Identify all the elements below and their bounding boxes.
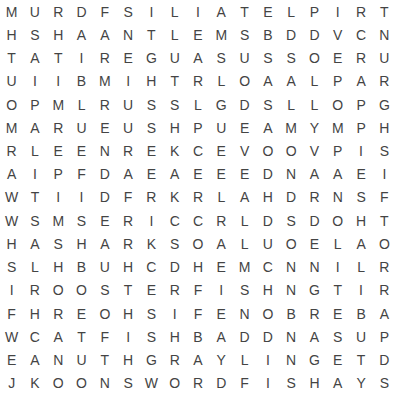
cell-r14c2[interactable]: H [23,302,46,325]
cell-r13c13[interactable]: N [280,279,303,302]
cell-r1c15[interactable]: I [326,0,349,23]
cell-r8c10[interactable]: E [210,163,233,186]
cell-r17c17[interactable]: S [373,372,396,395]
cell-r3c15[interactable]: E [326,46,349,69]
cell-r11c8[interactable]: S [163,232,186,255]
cell-r15c9[interactable]: B [186,325,209,348]
cell-r15c12[interactable]: D [256,325,279,348]
cell-r14c1[interactable]: F [0,302,23,325]
cell-r15c16[interactable]: U [349,325,372,348]
cell-r13c16[interactable]: I [349,279,372,302]
cell-r12c15[interactable]: I [326,256,349,279]
cell-r11c16[interactable]: A [349,232,372,255]
cell-r11c13[interactable]: O [280,232,303,255]
cell-r12c2[interactable]: L [23,256,46,279]
cell-r17c10[interactable]: D [210,372,233,395]
cell-r11c17[interactable]: O [373,232,396,255]
cell-r8c7[interactable]: E [140,163,163,186]
cell-r9c1[interactable]: W [0,186,23,209]
cell-r16c10[interactable]: Y [210,349,233,372]
cell-r2c4[interactable]: A [70,23,93,46]
cell-r12c9[interactable]: H [186,256,209,279]
cell-r4c2[interactable]: I [23,70,46,93]
cell-r13c11[interactable]: S [233,279,256,302]
cell-r8c4[interactable]: F [70,163,93,186]
cell-r8c15[interactable]: A [326,163,349,186]
cell-r3c17[interactable]: U [373,46,396,69]
cell-r17c6[interactable]: S [116,372,139,395]
cell-r10c1[interactable]: W [0,209,23,232]
cell-r11c14[interactable]: E [303,232,326,255]
cell-r7c3[interactable]: E [47,139,70,162]
cell-r4c12[interactable]: A [256,70,279,93]
cell-r9c6[interactable]: F [116,186,139,209]
cell-r7c7[interactable]: E [140,139,163,162]
cell-r16c13[interactable]: N [280,349,303,372]
cell-r3c4[interactable]: I [70,46,93,69]
word-search-board: MURDFSILIATELPIRTHSHAANTLEMSBDDVCNTATIRE… [0,0,396,395]
cell-r6c1[interactable]: M [0,116,23,139]
cell-r10c14[interactable]: D [303,209,326,232]
cell-r11c4[interactable]: H [70,232,93,255]
cell-r1c8[interactable]: L [163,0,186,23]
cell-r17c14[interactable]: H [303,372,326,395]
cell-r4c11[interactable]: O [233,70,256,93]
cell-r3c6[interactable]: E [116,46,139,69]
cell-r6c11[interactable]: E [233,116,256,139]
cell-r17c15[interactable]: A [326,372,349,395]
cell-r5c4[interactable]: L [70,93,93,116]
cell-r8c16[interactable]: E [349,163,372,186]
cell-r6c5[interactable]: E [93,116,116,139]
cell-r6c15[interactable]: M [326,116,349,139]
cell-r14c9[interactable]: F [186,302,209,325]
cell-r15c17[interactable]: P [373,325,396,348]
cell-r17c9[interactable]: R [186,372,209,395]
cell-r3c2[interactable]: A [23,46,46,69]
cell-r8c1[interactable]: A [0,163,23,186]
cell-r15c2[interactable]: C [23,325,46,348]
cell-r17c3[interactable]: O [47,372,70,395]
cell-r4c7[interactable]: H [140,70,163,93]
cell-r16c17[interactable]: D [373,349,396,372]
cell-r13c14[interactable]: G [303,279,326,302]
cell-r14c17[interactable]: A [373,302,396,325]
cell-r6c9[interactable]: P [186,116,209,139]
cell-r15c14[interactable]: A [303,325,326,348]
cell-r2c16[interactable]: C [349,23,372,46]
cell-r5c10[interactable]: G [210,93,233,116]
cell-r15c8[interactable]: H [163,325,186,348]
cell-r2c15[interactable]: V [326,23,349,46]
cell-r4c15[interactable]: P [326,70,349,93]
cell-r5c2[interactable]: P [23,93,46,116]
cell-r1c6[interactable]: S [116,0,139,23]
cell-r5c11[interactable]: D [233,93,256,116]
cell-r1c13[interactable]: L [280,0,303,23]
cell-r9c9[interactable]: R [186,186,209,209]
cell-r14c12[interactable]: O [256,302,279,325]
cell-r5c17[interactable]: G [373,93,396,116]
cell-r10c2[interactable]: S [23,209,46,232]
cell-r5c6[interactable]: U [116,93,139,116]
cell-r2c7[interactable]: T [140,23,163,46]
cell-r15c1[interactable]: W [0,325,23,348]
cell-r3c12[interactable]: S [256,46,279,69]
cell-r2c13[interactable]: D [280,23,303,46]
cell-r1c4[interactable]: D [70,0,93,23]
cell-r15c4[interactable]: T [70,325,93,348]
cell-r17c7[interactable]: W [140,372,163,395]
cell-r14c6[interactable]: H [116,302,139,325]
cell-r10c15[interactable]: O [326,209,349,232]
cell-r15c13[interactable]: N [280,325,303,348]
cell-r5c14[interactable]: L [303,93,326,116]
cell-r10c10[interactable]: R [210,209,233,232]
cell-r3c5[interactable]: R [93,46,116,69]
cell-r4c13[interactable]: A [280,70,303,93]
cell-r7c2[interactable]: L [23,139,46,162]
cell-r9c12[interactable]: H [256,186,279,209]
cell-r16c9[interactable]: A [186,349,209,372]
cell-r8c11[interactable]: E [233,163,256,186]
cell-r4c1[interactable]: U [0,70,23,93]
cell-r2c17[interactable]: N [373,23,396,46]
cell-r16c2[interactable]: A [23,349,46,372]
cell-r9c13[interactable]: D [280,186,303,209]
cell-r6c7[interactable]: S [140,116,163,139]
cell-r8c6[interactable]: A [116,163,139,186]
cell-r17c5[interactable]: N [93,372,116,395]
cell-r13c5[interactable]: S [93,279,116,302]
cell-r14c16[interactable]: B [349,302,372,325]
cell-r9c8[interactable]: K [163,186,186,209]
cell-r13c1[interactable]: I [0,279,23,302]
cell-r9c5[interactable]: D [93,186,116,209]
cell-r12c10[interactable]: E [210,256,233,279]
cell-r7c13[interactable]: O [280,139,303,162]
cell-r9c17[interactable]: F [373,186,396,209]
cell-r1c10[interactable]: A [210,0,233,23]
cell-r16c8[interactable]: R [163,349,186,372]
cell-r4c8[interactable]: T [163,70,186,93]
cell-r6c3[interactable]: R [47,116,70,139]
cell-r8c17[interactable]: I [373,163,396,186]
cell-r4c10[interactable]: L [210,70,233,93]
cell-r10c8[interactable]: C [163,209,186,232]
cell-r17c2[interactable]: K [23,372,46,395]
cell-r5c13[interactable]: L [280,93,303,116]
cell-r12c14[interactable]: N [303,256,326,279]
cell-r7c9[interactable]: C [186,139,209,162]
cell-r11c1[interactable]: H [0,232,23,255]
cell-r15c15[interactable]: S [326,325,349,348]
cell-r3c1[interactable]: T [0,46,23,69]
cell-r3c3[interactable]: T [47,46,70,69]
cell-r11c15[interactable]: L [326,232,349,255]
cell-r4c9[interactable]: R [186,70,209,93]
cell-r6c16[interactable]: P [349,116,372,139]
cell-r6c8[interactable]: H [163,116,186,139]
cell-r6c14[interactable]: Y [303,116,326,139]
cell-r16c1[interactable]: E [0,349,23,372]
cell-r12c17[interactable]: R [373,256,396,279]
cell-r12c8[interactable]: D [163,256,186,279]
cell-r8c13[interactable]: N [280,163,303,186]
cell-r2c6[interactable]: N [116,23,139,46]
cell-r10c12[interactable]: D [256,209,279,232]
cell-r9c3[interactable]: I [47,186,70,209]
cell-r12c12[interactable]: C [256,256,279,279]
cell-r13c8[interactable]: R [163,279,186,302]
cell-r11c12[interactable]: U [256,232,279,255]
cell-r3c13[interactable]: S [280,46,303,69]
cell-r1c16[interactable]: R [349,0,372,23]
cell-r8c14[interactable]: A [303,163,326,186]
cell-r9c14[interactable]: R [303,186,326,209]
cell-r2c8[interactable]: L [163,23,186,46]
cell-r3c14[interactable]: O [303,46,326,69]
cell-r16c12[interactable]: I [256,349,279,372]
cell-r4c17[interactable]: R [373,70,396,93]
cell-r12c3[interactable]: H [47,256,70,279]
cell-r16c15[interactable]: E [326,349,349,372]
cell-r2c14[interactable]: D [303,23,326,46]
cell-r7c5[interactable]: N [93,139,116,162]
cell-r6c17[interactable]: H [373,116,396,139]
cell-r17c12[interactable]: I [256,372,279,395]
cell-r7c12[interactable]: O [256,139,279,162]
cell-r14c3[interactable]: R [47,302,70,325]
cell-r10c13[interactable]: S [280,209,303,232]
cell-r17c8[interactable]: O [163,372,186,395]
cell-r8c8[interactable]: A [163,163,186,186]
cell-r11c5[interactable]: A [93,232,116,255]
cell-r10c6[interactable]: R [116,209,139,232]
cell-r3c8[interactable]: U [163,46,186,69]
cell-r16c5[interactable]: T [93,349,116,372]
cell-r7c4[interactable]: E [70,139,93,162]
cell-r12c7[interactable]: C [140,256,163,279]
cell-r11c7[interactable]: K [140,232,163,255]
cell-r9c4[interactable]: I [70,186,93,209]
cell-r17c1[interactable]: J [0,372,23,395]
cell-r4c16[interactable]: A [349,70,372,93]
cell-r14c15[interactable]: E [326,302,349,325]
cell-r9c2[interactable]: T [23,186,46,209]
cell-r16c6[interactable]: H [116,349,139,372]
cell-r8c2[interactable]: I [23,163,46,186]
cell-r6c6[interactable]: U [116,116,139,139]
cell-r10c9[interactable]: C [186,209,209,232]
cell-r8c5[interactable]: D [93,163,116,186]
cell-r7c16[interactable]: I [349,139,372,162]
cell-r7c17[interactable]: S [373,139,396,162]
cell-r1c7[interactable]: I [140,0,163,23]
cell-r17c13[interactable]: S [280,372,303,395]
cell-r2c2[interactable]: S [23,23,46,46]
cell-r3c10[interactable]: S [210,46,233,69]
cell-r11c9[interactable]: O [186,232,209,255]
cell-r6c12[interactable]: A [256,116,279,139]
cell-r8c9[interactable]: E [186,163,209,186]
cell-r14c10[interactable]: E [210,302,233,325]
cell-r7c8[interactable]: K [163,139,186,162]
cell-r4c5[interactable]: M [93,70,116,93]
cell-r1c12[interactable]: E [256,0,279,23]
cell-r3c7[interactable]: G [140,46,163,69]
cell-r14c8[interactable]: I [163,302,186,325]
cell-r6c10[interactable]: U [210,116,233,139]
cell-r15c10[interactable]: A [210,325,233,348]
cell-r1c14[interactable]: P [303,0,326,23]
cell-r3c16[interactable]: R [349,46,372,69]
cell-r3c9[interactable]: A [186,46,209,69]
cell-r1c5[interactable]: F [93,0,116,23]
cell-r12c6[interactable]: H [116,256,139,279]
cell-r15c11[interactable]: D [233,325,256,348]
cell-r13c12[interactable]: H [256,279,279,302]
cell-r15c5[interactable]: F [93,325,116,348]
cell-r1c17[interactable]: T [373,0,396,23]
cell-r8c3[interactable]: P [47,163,70,186]
cell-r14c14[interactable]: R [303,302,326,325]
cell-r2c9[interactable]: E [186,23,209,46]
cell-r10c5[interactable]: E [93,209,116,232]
cell-r9c15[interactable]: N [326,186,349,209]
cell-r11c11[interactable]: L [233,232,256,255]
cell-r15c7[interactable]: S [140,325,163,348]
cell-r9c10[interactable]: L [210,186,233,209]
cell-r13c6[interactable]: T [116,279,139,302]
cell-r7c14[interactable]: V [303,139,326,162]
cell-r8c12[interactable]: D [256,163,279,186]
cell-r7c10[interactable]: E [210,139,233,162]
cell-r11c3[interactable]: S [47,232,70,255]
cell-r16c16[interactable]: T [349,349,372,372]
cell-r17c16[interactable]: Y [349,372,372,395]
cell-r5c8[interactable]: S [163,93,186,116]
cell-r10c11[interactable]: L [233,209,256,232]
cell-r7c6[interactable]: R [116,139,139,162]
cell-r14c4[interactable]: E [70,302,93,325]
cell-r4c3[interactable]: I [47,70,70,93]
cell-r14c7[interactable]: S [140,302,163,325]
cell-r14c11[interactable]: N [233,302,256,325]
cell-r16c11[interactable]: L [233,349,256,372]
cell-r1c9[interactable]: I [186,0,209,23]
cell-r1c3[interactable]: R [47,0,70,23]
cell-r13c2[interactable]: R [23,279,46,302]
cell-r11c10[interactable]: A [210,232,233,255]
cell-r6c13[interactable]: M [280,116,303,139]
cell-r6c2[interactable]: A [23,116,46,139]
cell-r10c4[interactable]: S [70,209,93,232]
cell-r7c15[interactable]: P [326,139,349,162]
cell-r2c12[interactable]: B [256,23,279,46]
cell-r13c7[interactable]: E [140,279,163,302]
cell-r5c12[interactable]: S [256,93,279,116]
cell-r3c11[interactable]: U [233,46,256,69]
cell-r6c4[interactable]: U [70,116,93,139]
cell-r4c6[interactable]: I [116,70,139,93]
cell-r5c15[interactable]: O [326,93,349,116]
cell-r10c7[interactable]: I [140,209,163,232]
cell-r5c9[interactable]: L [186,93,209,116]
cell-r9c7[interactable]: R [140,186,163,209]
cell-r14c5[interactable]: O [93,302,116,325]
cell-r9c11[interactable]: A [233,186,256,209]
cell-r13c15[interactable]: T [326,279,349,302]
cell-r13c10[interactable]: I [210,279,233,302]
cell-r1c1[interactable]: M [0,0,23,23]
cell-r5c5[interactable]: R [93,93,116,116]
cell-r2c10[interactable]: M [210,23,233,46]
cell-r11c2[interactable]: A [23,232,46,255]
cell-r12c5[interactable]: U [93,256,116,279]
cell-r10c17[interactable]: T [373,209,396,232]
cell-r13c17[interactable]: R [373,279,396,302]
cell-r7c11[interactable]: V [233,139,256,162]
cell-r2c3[interactable]: H [47,23,70,46]
cell-r14c13[interactable]: B [280,302,303,325]
cell-r11c6[interactable]: R [116,232,139,255]
cell-r12c4[interactable]: B [70,256,93,279]
cell-r15c3[interactable]: A [47,325,70,348]
cell-r12c13[interactable]: N [280,256,303,279]
cell-r16c4[interactable]: U [70,349,93,372]
cell-r2c1[interactable]: H [0,23,23,46]
cell-r17c11[interactable]: F [233,372,256,395]
cell-r13c9[interactable]: F [186,279,209,302]
cell-r5c3[interactable]: M [47,93,70,116]
cell-r4c14[interactable]: L [303,70,326,93]
cell-r2c5[interactable]: A [93,23,116,46]
cell-r1c2[interactable]: U [23,0,46,23]
cell-r17c4[interactable]: O [70,372,93,395]
cell-r16c3[interactable]: N [47,349,70,372]
cell-r5c7[interactable]: S [140,93,163,116]
cell-r9c16[interactable]: S [349,186,372,209]
cell-r10c16[interactable]: H [349,209,372,232]
cell-r5c16[interactable]: P [349,93,372,116]
cell-r5c1[interactable]: O [0,93,23,116]
cell-r13c4[interactable]: O [70,279,93,302]
cell-r12c11[interactable]: M [233,256,256,279]
cell-r10c3[interactable]: M [47,209,70,232]
cell-r1c11[interactable]: T [233,0,256,23]
cell-r4c4[interactable]: B [70,70,93,93]
cell-r7c1[interactable]: R [0,139,23,162]
cell-r12c16[interactable]: L [349,256,372,279]
cell-r16c7[interactable]: G [140,349,163,372]
cell-r13c3[interactable]: O [47,279,70,302]
cell-r16c14[interactable]: G [303,349,326,372]
cell-r2c11[interactable]: S [233,23,256,46]
cell-r12c1[interactable]: S [0,256,23,279]
cell-r15c6[interactable]: I [116,325,139,348]
